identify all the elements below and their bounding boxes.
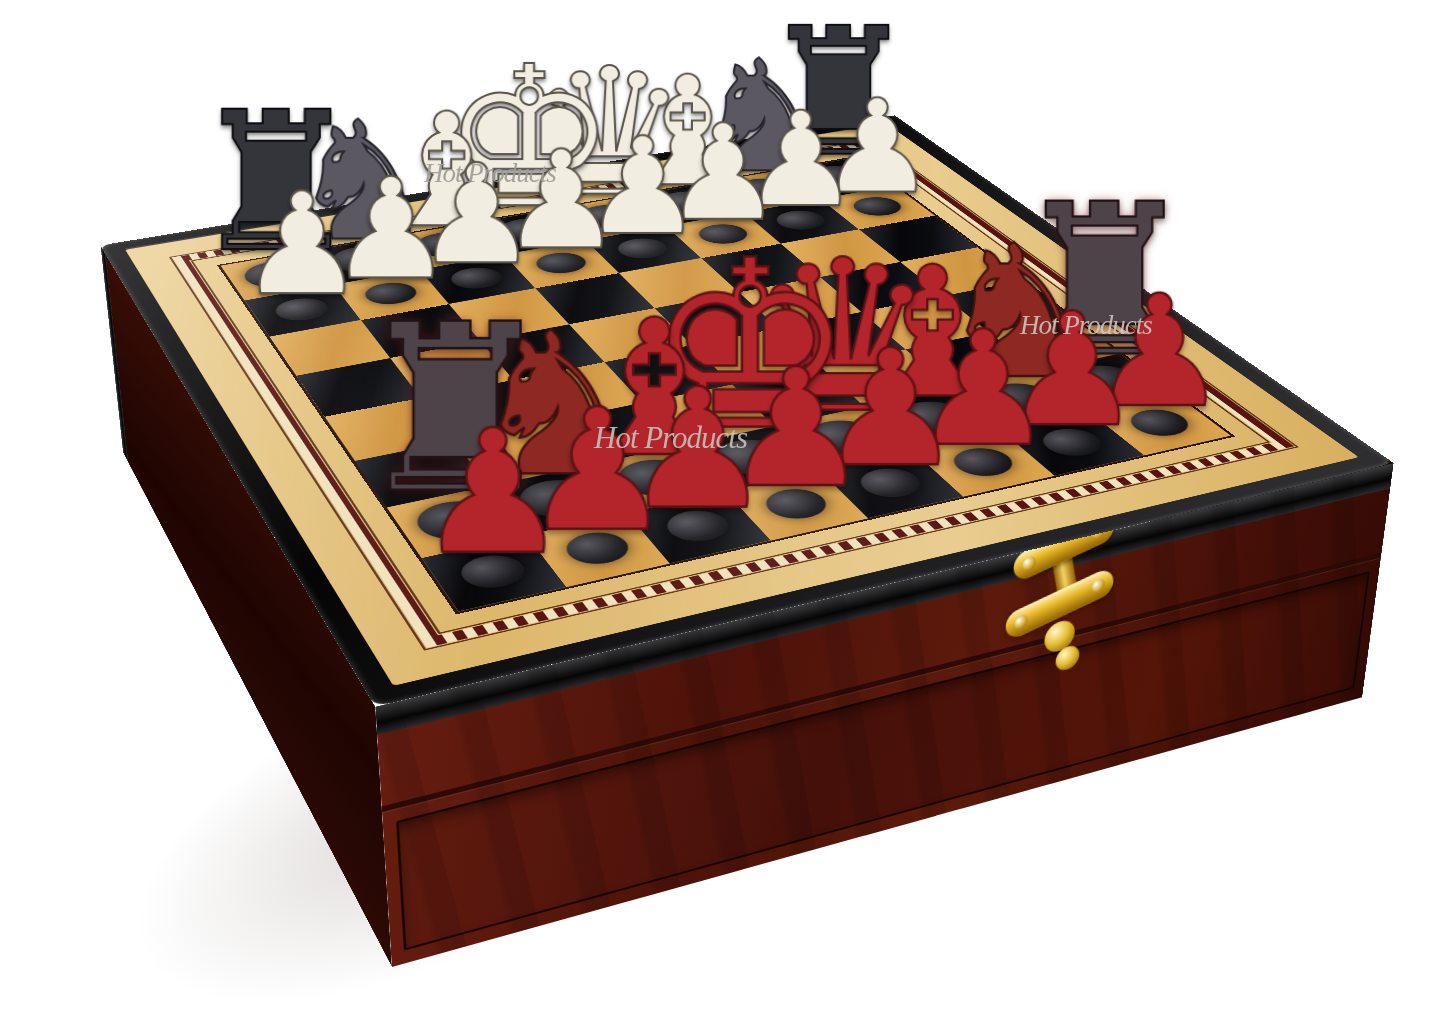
red-pawn-glyph: ♟ <box>416 406 570 577</box>
chess-box: ♜♞♝♚♛♝♞♜♟♟♟♟♟♟♟♟♜♞♝♚♛♝♞♜♟♟♟♟♟♟♟♟ <box>100 115 1393 707</box>
drawer-latch <box>998 511 1130 691</box>
scene-3d: ♜♞♝♚♛♝♞♜♟♟♟♟♟♟♟♟♜♞♝♚♛♝♞♜♟♟♟♟♟♟♟♟ <box>0 0 1445 1011</box>
white-pawn-glyph: ♟ <box>239 173 366 314</box>
product-photo: ♜♞♝♚♛♝♞♜♟♟♟♟♟♟♟♟♜♞♝♚♛♝♞♜♟♟♟♟♟♟♟♟ <box>0 0 1445 1011</box>
